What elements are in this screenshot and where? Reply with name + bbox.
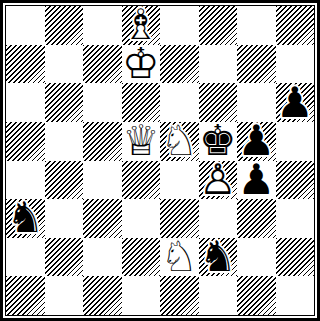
square-f2[interactable]: ♞ <box>199 238 238 277</box>
square-h7[interactable] <box>276 45 315 84</box>
piece-white-queen: ♕ <box>122 122 161 161</box>
square-h5[interactable] <box>276 122 315 161</box>
piece-white-king-fill: ♚ <box>122 45 161 84</box>
square-f6[interactable] <box>199 83 238 122</box>
square-e8[interactable] <box>160 6 199 45</box>
board-frame: ♝♗♚♔♟♛♕♞♘♚♟♟♙♟♞♞♘♞ <box>0 0 320 321</box>
square-b2[interactable] <box>45 238 84 277</box>
square-d5[interactable]: ♛♕ <box>122 122 161 161</box>
piece-white-queen-fill: ♛ <box>122 122 161 161</box>
chess-board: ♝♗♚♔♟♛♕♞♘♚♟♟♙♟♞♞♘♞ <box>6 6 314 315</box>
square-g2[interactable] <box>237 238 276 277</box>
square-h4[interactable] <box>276 161 315 200</box>
square-d3[interactable] <box>122 199 161 238</box>
square-g1[interactable] <box>237 276 276 315</box>
square-c5[interactable] <box>83 122 122 161</box>
square-g5[interactable]: ♟ <box>237 122 276 161</box>
piece-white-king: ♔ <box>122 45 161 84</box>
square-c8[interactable] <box>83 6 122 45</box>
square-h3[interactable] <box>276 199 315 238</box>
square-a7[interactable] <box>6 45 45 84</box>
square-f8[interactable] <box>199 6 238 45</box>
square-f5[interactable]: ♚ <box>199 122 238 161</box>
square-h1[interactable] <box>276 276 315 315</box>
square-e2[interactable]: ♞♘ <box>160 238 199 277</box>
square-a5[interactable] <box>6 122 45 161</box>
square-d7[interactable]: ♚♔ <box>122 45 161 84</box>
square-a4[interactable] <box>6 161 45 200</box>
square-c1[interactable] <box>83 276 122 315</box>
piece-white-knight: ♘ <box>160 122 199 161</box>
square-b5[interactable] <box>45 122 84 161</box>
square-b7[interactable] <box>45 45 84 84</box>
square-e1[interactable] <box>160 276 199 315</box>
square-c7[interactable] <box>83 45 122 84</box>
piece-black-pawn: ♟ <box>276 83 315 122</box>
square-e4[interactable] <box>160 161 199 200</box>
piece-black-king: ♚ <box>199 122 238 161</box>
board-inner-border: ♝♗♚♔♟♛♕♞♘♚♟♟♙♟♞♞♘♞ <box>5 5 315 316</box>
square-h8[interactable] <box>276 6 315 45</box>
square-e7[interactable] <box>160 45 199 84</box>
piece-black-pawn: ♟ <box>237 161 276 200</box>
square-d1[interactable] <box>122 276 161 315</box>
square-g3[interactable] <box>237 199 276 238</box>
square-b3[interactable] <box>45 199 84 238</box>
square-c3[interactable] <box>83 199 122 238</box>
square-a6[interactable] <box>6 83 45 122</box>
square-b8[interactable] <box>45 6 84 45</box>
piece-white-knight: ♘ <box>160 238 199 277</box>
square-f4[interactable]: ♟♙ <box>199 161 238 200</box>
square-a1[interactable] <box>6 276 45 315</box>
piece-white-bishop-fill: ♝ <box>122 6 161 45</box>
piece-white-knight-fill: ♞ <box>160 122 199 161</box>
square-h2[interactable] <box>276 238 315 277</box>
square-f3[interactable] <box>199 199 238 238</box>
square-d8[interactable]: ♝♗ <box>122 6 161 45</box>
square-c6[interactable] <box>83 83 122 122</box>
square-d6[interactable] <box>122 83 161 122</box>
square-g4[interactable]: ♟ <box>237 161 276 200</box>
square-f7[interactable] <box>199 45 238 84</box>
square-d4[interactable] <box>122 161 161 200</box>
piece-black-knight: ♞ <box>6 199 45 238</box>
square-c4[interactable] <box>83 161 122 200</box>
square-a3[interactable]: ♞ <box>6 199 45 238</box>
piece-black-pawn: ♟ <box>237 122 276 161</box>
piece-white-pawn-fill: ♟ <box>199 161 238 200</box>
square-b6[interactable] <box>45 83 84 122</box>
square-d2[interactable] <box>122 238 161 277</box>
square-b4[interactable] <box>45 161 84 200</box>
square-g8[interactable] <box>237 6 276 45</box>
square-b1[interactable] <box>45 276 84 315</box>
square-h6[interactable]: ♟ <box>276 83 315 122</box>
square-g6[interactable] <box>237 83 276 122</box>
piece-white-bishop: ♗ <box>122 6 161 45</box>
square-a8[interactable] <box>6 6 45 45</box>
piece-white-pawn: ♙ <box>199 161 238 200</box>
square-e3[interactable] <box>160 199 199 238</box>
square-f1[interactable] <box>199 276 238 315</box>
square-c2[interactable] <box>83 238 122 277</box>
square-e6[interactable] <box>160 83 199 122</box>
piece-black-knight: ♞ <box>199 238 238 277</box>
square-a2[interactable] <box>6 238 45 277</box>
piece-white-knight-fill: ♞ <box>160 238 199 277</box>
square-g7[interactable] <box>237 45 276 84</box>
square-e5[interactable]: ♞♘ <box>160 122 199 161</box>
